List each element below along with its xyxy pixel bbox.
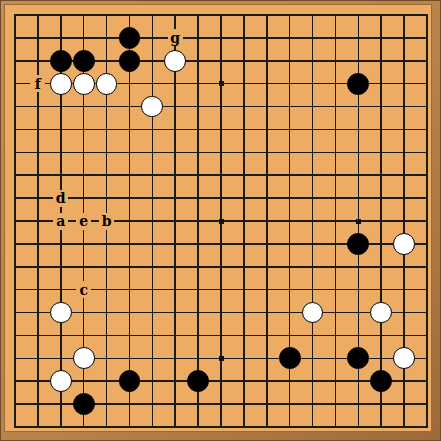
white-stone[interactable] [141, 96, 163, 118]
white-stone[interactable] [50, 370, 72, 392]
grid-line-horizontal [14, 380, 428, 382]
black-stone[interactable] [73, 393, 95, 415]
white-stone[interactable] [370, 302, 392, 324]
black-stone[interactable] [370, 370, 392, 392]
white-stone[interactable] [164, 50, 186, 72]
point-label-d[interactable]: d [53, 190, 68, 207]
point-label-a[interactable]: a [53, 213, 68, 230]
star-point [356, 219, 361, 224]
grid-line-horizontal [14, 312, 428, 314]
black-stone[interactable] [119, 370, 141, 392]
black-stone[interactable] [119, 50, 141, 72]
black-stone[interactable] [187, 370, 209, 392]
black-stone[interactable] [279, 347, 301, 369]
star-point [219, 81, 224, 86]
white-stone[interactable] [393, 347, 415, 369]
grid-line-vertical [312, 14, 314, 428]
grid-line-vertical [243, 14, 245, 428]
white-stone[interactable] [393, 233, 415, 255]
grid-line-vertical [380, 14, 382, 428]
white-stone[interactable] [73, 73, 95, 95]
go-board-grid: gfdaebc [1, 1, 441, 441]
go-diagram: gfdaebc [0, 0, 441, 441]
point-label-b[interactable]: b [99, 213, 114, 230]
black-stone[interactable] [347, 73, 369, 95]
grid-line-vertical [426, 14, 428, 428]
black-stone[interactable] [347, 233, 369, 255]
star-point [219, 219, 224, 224]
white-stone[interactable] [50, 302, 72, 324]
grid-line-horizontal [14, 426, 428, 428]
go-board-frame: gfdaebc [0, 0, 441, 441]
white-stone[interactable] [302, 302, 324, 324]
white-stone[interactable] [50, 73, 72, 95]
point-label-g[interactable]: g [168, 29, 183, 46]
black-stone[interactable] [73, 50, 95, 72]
grid-line-vertical [335, 14, 337, 428]
black-stone[interactable] [50, 50, 72, 72]
grid-line-horizontal [14, 266, 428, 268]
star-point [219, 356, 224, 361]
point-label-e[interactable]: e [76, 213, 91, 230]
white-stone[interactable] [96, 73, 118, 95]
grid-line-horizontal [14, 335, 428, 337]
black-stone[interactable] [347, 347, 369, 369]
black-stone[interactable] [119, 27, 141, 49]
point-label-f[interactable]: f [30, 75, 45, 92]
white-stone[interactable] [73, 347, 95, 369]
point-label-c[interactable]: c [76, 281, 91, 298]
grid-line-vertical [266, 14, 268, 428]
